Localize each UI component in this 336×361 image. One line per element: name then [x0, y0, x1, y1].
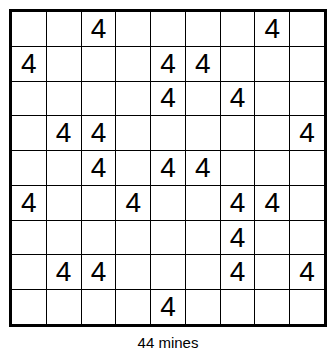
clue-cell-r9c5: 4 [151, 290, 185, 324]
clue-cell-r3c5: 4 [151, 82, 185, 116]
empty-cell-r4c7[interactable] [221, 116, 255, 150]
clue-cell-r6c1: 4 [12, 186, 46, 220]
clue-cell-r2c1: 4 [12, 47, 46, 81]
clue-cell-r5c6: 4 [186, 151, 220, 185]
empty-cell-r7c6[interactable] [186, 221, 220, 255]
empty-cell-r9c1[interactable] [12, 290, 46, 324]
empty-cell-r7c3[interactable] [82, 221, 116, 255]
empty-cell-r9c4[interactable] [116, 290, 150, 324]
empty-cell-r1c2[interactable] [47, 12, 81, 46]
empty-cell-r9c3[interactable] [82, 290, 116, 324]
clue-cell-r2c5: 4 [151, 47, 185, 81]
empty-cell-r6c2[interactable] [47, 186, 81, 220]
empty-cell-r2c3[interactable] [82, 47, 116, 81]
empty-cell-r1c7[interactable] [221, 12, 255, 46]
empty-cell-r9c9[interactable] [290, 290, 324, 324]
empty-cell-r3c1[interactable] [12, 82, 46, 116]
empty-cell-r3c3[interactable] [82, 82, 116, 116]
empty-cell-r2c9[interactable] [290, 47, 324, 81]
clue-cell-r4c2: 4 [47, 116, 81, 150]
empty-cell-r4c6[interactable] [186, 116, 220, 150]
empty-cell-r3c2[interactable] [47, 82, 81, 116]
empty-cell-r4c1[interactable] [12, 116, 46, 150]
empty-cell-r3c8[interactable] [255, 82, 289, 116]
empty-cell-r5c4[interactable] [116, 151, 150, 185]
empty-cell-r1c6[interactable] [186, 12, 220, 46]
clue-cell-r2c6: 4 [186, 47, 220, 81]
empty-cell-r4c4[interactable] [116, 116, 150, 150]
puzzle-board: 44444444444444444444444 [9, 9, 327, 327]
empty-cell-r7c1[interactable] [12, 221, 46, 255]
empty-cell-r2c8[interactable] [255, 47, 289, 81]
clue-cell-r5c3: 4 [82, 151, 116, 185]
empty-cell-r2c2[interactable] [47, 47, 81, 81]
empty-cell-r1c9[interactable] [290, 12, 324, 46]
empty-cell-r9c8[interactable] [255, 290, 289, 324]
empty-cell-r1c1[interactable] [12, 12, 46, 46]
empty-cell-r5c8[interactable] [255, 151, 289, 185]
empty-cell-r8c4[interactable] [116, 255, 150, 289]
empty-cell-r2c4[interactable] [116, 47, 150, 81]
clue-cell-r8c9: 4 [290, 255, 324, 289]
empty-cell-r7c9[interactable] [290, 221, 324, 255]
empty-cell-r7c2[interactable] [47, 221, 81, 255]
empty-cell-r8c6[interactable] [186, 255, 220, 289]
clue-cell-r6c7: 4 [221, 186, 255, 220]
clue-cell-r6c4: 4 [116, 186, 150, 220]
clue-cell-r1c3: 4 [82, 12, 116, 46]
empty-cell-r1c5[interactable] [151, 12, 185, 46]
clue-cell-r8c2: 4 [47, 255, 81, 289]
empty-cell-r5c2[interactable] [47, 151, 81, 185]
empty-cell-r6c9[interactable] [290, 186, 324, 220]
empty-cell-r5c9[interactable] [290, 151, 324, 185]
empty-cell-r4c8[interactable] [255, 116, 289, 150]
empty-cell-r1c4[interactable] [116, 12, 150, 46]
empty-cell-r5c1[interactable] [12, 151, 46, 185]
clue-cell-r6c8: 4 [255, 186, 289, 220]
clue-cell-r3c7: 4 [221, 82, 255, 116]
clue-cell-r8c7: 4 [221, 255, 255, 289]
empty-cell-r3c4[interactable] [116, 82, 150, 116]
empty-cell-r9c2[interactable] [47, 290, 81, 324]
empty-cell-r3c6[interactable] [186, 82, 220, 116]
empty-cell-r8c8[interactable] [255, 255, 289, 289]
empty-cell-r6c5[interactable] [151, 186, 185, 220]
empty-cell-r7c4[interactable] [116, 221, 150, 255]
clue-cell-r5c5: 4 [151, 151, 185, 185]
clue-cell-r7c7: 4 [221, 221, 255, 255]
mine-count-caption: 44 mines [9, 334, 327, 351]
empty-cell-r6c3[interactable] [82, 186, 116, 220]
empty-cell-r7c5[interactable] [151, 221, 185, 255]
empty-cell-r9c7[interactable] [221, 290, 255, 324]
empty-cell-r8c5[interactable] [151, 255, 185, 289]
clue-cell-r4c9: 4 [290, 116, 324, 150]
empty-cell-r8c1[interactable] [12, 255, 46, 289]
clue-cell-r4c3: 4 [82, 116, 116, 150]
empty-cell-r2c7[interactable] [221, 47, 255, 81]
empty-cell-r3c9[interactable] [290, 82, 324, 116]
empty-cell-r4c5[interactable] [151, 116, 185, 150]
empty-cell-r9c6[interactable] [186, 290, 220, 324]
clue-cell-r8c3: 4 [82, 255, 116, 289]
empty-cell-r6c6[interactable] [186, 186, 220, 220]
empty-cell-r5c7[interactable] [221, 151, 255, 185]
clue-cell-r1c8: 4 [255, 12, 289, 46]
empty-cell-r7c8[interactable] [255, 221, 289, 255]
